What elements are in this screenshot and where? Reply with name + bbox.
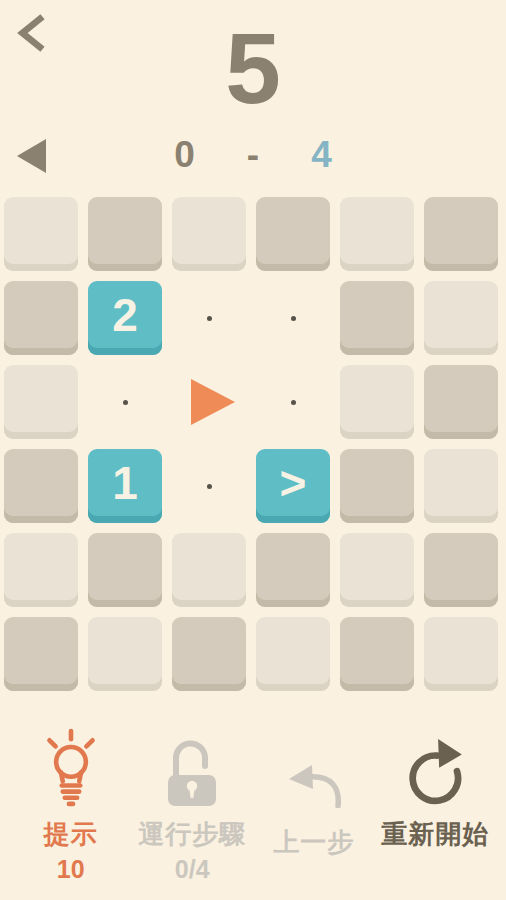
board-tile-r1c6 [424,197,498,271]
empty-cell-r3c2 [88,365,162,439]
puzzle-piece-2[interactable]: 2 [88,281,162,355]
dot-marker [291,400,296,405]
board-tile-r5c3 [172,533,246,607]
dot-marker [123,400,128,405]
restart-button[interactable]: 重新開始 [375,722,497,884]
puzzle-board: 21> [4,197,498,691]
progress-separator: - [247,133,259,177]
undo-label: 上一步 [273,825,354,860]
puzzle-piece->[interactable]: > [256,449,330,523]
board-tile-r2c5 [340,281,414,355]
board-tile-r3c1 [4,365,78,439]
bottom-toolbar: 提示 10 運行步驟 0/4 上一步 [0,722,506,884]
restart-label: 重新開始 [381,817,489,852]
board-tile-r4c1 [4,449,78,523]
board-tile-r4c6 [424,449,498,523]
lightbulb-icon [40,728,102,808]
level-progress-row: 0 - 4 [0,133,506,177]
play-triangle-icon [191,379,235,425]
board-tile-r6c3 [172,617,246,691]
board-tile-r2c6 [424,281,498,355]
run-steps-count: 0/4 [175,855,210,884]
board-tile-r5c5 [340,533,414,607]
dot-marker [207,484,212,489]
board-tile-r6c2 [88,617,162,691]
board-tile-r6c1 [4,617,78,691]
dot-marker [291,316,296,321]
empty-cell-r3c4 [256,365,330,439]
board-tile-r6c6 [424,617,498,691]
game-screen: 5 0 - 4 21> [0,0,506,900]
open-lock-icon [162,738,222,808]
level-number: 5 [0,16,506,120]
board-tile-r5c4 [256,533,330,607]
empty-cell-r4c3 [172,449,246,523]
board-tile-r3c5 [340,365,414,439]
board-tile-r3c6 [424,365,498,439]
board-tile-r1c5 [340,197,414,271]
board-tile-r5c2 [88,533,162,607]
board-tile-r6c4 [256,617,330,691]
board-tile-r1c2 [88,197,162,271]
board-tile-r4c5 [340,449,414,523]
progress-total: 4 [311,133,332,177]
hint-button[interactable]: 提示 10 [10,722,132,884]
play-marker-cell[interactable] [172,365,246,439]
board-tile-r1c4 [256,197,330,271]
run-steps-button[interactable]: 運行步驟 0/4 [132,722,254,884]
board-tile-r5c1 [4,533,78,607]
restart-arrow-icon [402,738,468,808]
undo-button[interactable]: 上一步 [253,722,375,884]
board-tile-r5c6 [424,533,498,607]
empty-cell-r2c3 [172,281,246,355]
board-tile-r1c3 [172,197,246,271]
board-tile-r1c1 [4,197,78,271]
puzzle-piece-1[interactable]: 1 [88,449,162,523]
hint-label: 提示 [44,817,98,852]
hint-count: 10 [57,855,85,884]
board-tile-r6c5 [340,617,414,691]
dot-marker [207,316,212,321]
progress-range: 0 - 4 [0,133,506,177]
board-tile-r2c1 [4,281,78,355]
progress-current: 0 [174,133,195,177]
run-steps-label: 運行步驟 [138,817,246,852]
empty-cell-r2c4 [256,281,330,355]
undo-arrow-icon [282,756,346,808]
